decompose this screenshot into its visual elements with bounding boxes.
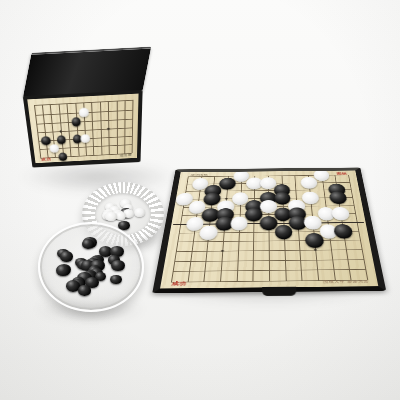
main-board-frame: 成功围棋 围棋 成功 围棋人生 步步为营: [152, 168, 386, 294]
stone-black: [110, 275, 121, 284]
stone-white: [105, 212, 117, 221]
stone-black: [305, 233, 324, 248]
main-board-3d: 成功围棋 围棋 成功 围棋人生 步步为营: [152, 168, 386, 294]
stone-black: [78, 285, 90, 295]
product-photo: 成功 成功牌 成功围棋 围棋 成功 围棋人生 步步为营: [0, 0, 400, 400]
stone-black: [329, 191, 347, 203]
black-stone-tray: [38, 222, 144, 312]
small-board-face-wrap: 成功 成功牌: [23, 90, 143, 168]
stone-white: [115, 212, 125, 220]
stone-white: [230, 216, 248, 230]
star-point: [225, 198, 227, 199]
brand-logo-small: 成功: [41, 157, 51, 161]
stone-black: [58, 152, 67, 160]
board-clasp-notch: [262, 287, 296, 296]
stone-white: [300, 177, 317, 189]
small-board-frame: 成功 成功牌: [23, 90, 143, 168]
small-board-face: 成功 成功牌: [27, 94, 138, 164]
brand-logo-main: 成功: [171, 281, 186, 286]
brand-text-small: 成功牌: [120, 153, 132, 157]
star-point: [314, 249, 317, 251]
stone-black: [71, 117, 81, 126]
stone-black: [57, 135, 67, 144]
stone-black: [275, 225, 293, 239]
grid-line: [253, 176, 256, 281]
stone-white: [199, 225, 218, 239]
main-go-board: 成功围棋 围棋 成功 围棋人生 步步为营: [150, 57, 386, 293]
stone-black: [56, 265, 69, 276]
stone-black: [60, 251, 73, 261]
star-point: [221, 250, 224, 252]
stone-black: [41, 136, 51, 145]
main-board-face: 成功围棋 围棋 成功 围棋人生 步步为营: [160, 170, 378, 288]
star-point: [107, 128, 109, 130]
board-corner-text: 围棋: [337, 172, 348, 175]
stone-black: [82, 239, 94, 249]
stone-black: [334, 224, 354, 238]
board-title-text: 成功围棋: [190, 174, 208, 176]
stone-black: [111, 260, 125, 271]
star-point: [59, 130, 62, 132]
stone-white: [50, 144, 60, 152]
stone-black: [219, 178, 236, 190]
slogan-text: 围棋人生 步步为营: [323, 280, 369, 284]
stone-white: [80, 134, 89, 143]
stone-white: [331, 207, 350, 220]
small-go-board: 成功 成功牌: [21, 47, 148, 188]
stone-white: [79, 107, 89, 116]
